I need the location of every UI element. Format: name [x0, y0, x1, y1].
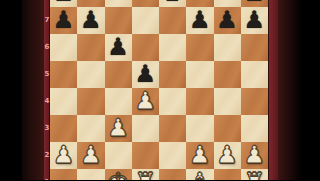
- square-g4[interactable]: [214, 88, 241, 115]
- square-g3[interactable]: [214, 115, 241, 142]
- square-e4[interactable]: [159, 88, 186, 115]
- square-e2[interactable]: [159, 142, 186, 169]
- square-h3[interactable]: [241, 115, 268, 142]
- square-g5[interactable]: [214, 61, 241, 88]
- left-wood-frame: [22, 0, 44, 180]
- piece-white-king-c1[interactable]: ♚: [105, 169, 132, 181]
- square-c4[interactable]: [105, 88, 132, 115]
- square-h4[interactable]: [241, 88, 268, 115]
- piece-white-rook-d1[interactable]: ♜: [132, 169, 159, 181]
- square-c5[interactable]: [105, 61, 132, 88]
- piece-white-bishop-f1[interactable]: ♝: [186, 169, 213, 181]
- square-h6[interactable]: [241, 34, 268, 61]
- square-f6[interactable]: [186, 34, 213, 61]
- piece-black-king-e8[interactable]: ♚: [159, 0, 186, 7]
- piece-black-pawn-f7[interactable]: ♟: [186, 7, 213, 34]
- square-d3[interactable]: [132, 115, 159, 142]
- piece-white-pawn-a2[interactable]: ♟: [50, 142, 77, 169]
- square-a4[interactable]: [50, 88, 77, 115]
- piece-black-pawn-d5[interactable]: ♟: [132, 61, 159, 88]
- piece-white-pawn-b2[interactable]: ♟: [77, 142, 104, 169]
- piece-white-pawn-h2[interactable]: ♟: [241, 142, 268, 169]
- square-b5[interactable]: [77, 61, 104, 88]
- square-c7[interactable]: [105, 7, 132, 34]
- piece-white-pawn-g2[interactable]: ♟: [214, 142, 241, 169]
- piece-white-pawn-d4[interactable]: ♟: [132, 88, 159, 115]
- square-c2[interactable]: [105, 142, 132, 169]
- square-a5[interactable]: [50, 61, 77, 88]
- square-e1[interactable]: [159, 169, 186, 181]
- piece-black-pawn-g7[interactable]: ♟: [214, 7, 241, 34]
- rank-label-6: 6: [43, 43, 51, 51]
- piece-black-pawn-h7[interactable]: ♟: [241, 7, 268, 34]
- square-e3[interactable]: [159, 115, 186, 142]
- square-h5[interactable]: [241, 61, 268, 88]
- rank-label-5: 5: [43, 70, 51, 78]
- square-b1[interactable]: [77, 169, 104, 181]
- square-a3[interactable]: [50, 115, 77, 142]
- square-a6[interactable]: [50, 34, 77, 61]
- square-b3[interactable]: [77, 115, 104, 142]
- square-b6[interactable]: [77, 34, 104, 61]
- square-g6[interactable]: [214, 34, 241, 61]
- piece-black-pawn-a7[interactable]: ♟: [50, 7, 77, 34]
- square-f4[interactable]: [186, 88, 213, 115]
- piece-white-pawn-f2[interactable]: ♟: [186, 142, 213, 169]
- rank-label-1: 1: [43, 178, 51, 180]
- square-a1[interactable]: [50, 169, 77, 181]
- right-wood-frame: [278, 0, 302, 180]
- piece-black-pawn-c6[interactable]: ♟: [105, 34, 132, 61]
- piece-white-pawn-c3[interactable]: ♟: [105, 115, 132, 142]
- video-frame: 87654321 ♜♚♜♟♟♟♟♟♟♟♟♟♟♟♟♟♟♚♜♝♜: [0, 0, 320, 180]
- square-g1[interactable]: [214, 169, 241, 181]
- square-e6[interactable]: [159, 34, 186, 61]
- piece-black-pawn-b7[interactable]: ♟: [77, 7, 104, 34]
- square-f5[interactable]: [186, 61, 213, 88]
- square-d7[interactable]: [132, 7, 159, 34]
- square-e7[interactable]: [159, 7, 186, 34]
- square-b4[interactable]: [77, 88, 104, 115]
- rank-label-3: 3: [43, 124, 51, 132]
- right-board-frame: [268, 0, 278, 180]
- square-e5[interactable]: [159, 61, 186, 88]
- rank-label-4: 4: [43, 97, 51, 105]
- piece-white-rook-h1[interactable]: ♜: [241, 169, 268, 181]
- square-f3[interactable]: [186, 115, 213, 142]
- square-d2[interactable]: [132, 142, 159, 169]
- square-d6[interactable]: [132, 34, 159, 61]
